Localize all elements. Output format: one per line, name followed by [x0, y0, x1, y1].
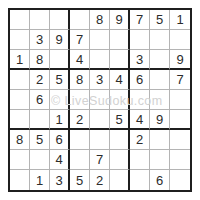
cell-r8c1[interactable]	[10, 150, 30, 170]
cell-r1c9[interactable]: 1	[170, 10, 190, 30]
cell-r4c8[interactable]	[150, 70, 170, 90]
cell-r7c2[interactable]: 5	[30, 130, 50, 150]
cell-r8c8[interactable]	[150, 150, 170, 170]
cell-r6c5[interactable]	[90, 110, 110, 130]
cell-r8c6[interactable]	[110, 150, 130, 170]
cell-r8c7[interactable]	[130, 150, 150, 170]
cell-r1c3[interactable]	[50, 10, 70, 30]
cell-r6c8[interactable]: 9	[150, 110, 170, 130]
cell-r9c7[interactable]	[130, 170, 150, 190]
cell-r5c9[interactable]	[170, 90, 190, 110]
cell-r9c1[interactable]	[10, 170, 30, 190]
cell-r1c4[interactable]	[70, 10, 90, 30]
cell-r4c6[interactable]: 4	[110, 70, 130, 90]
cell-r9c6[interactable]	[110, 170, 130, 190]
cell-r2c7[interactable]	[130, 30, 150, 50]
cell-r2c3[interactable]: 9	[50, 30, 70, 50]
cell-r9c3[interactable]: 3	[50, 170, 70, 190]
cell-r6c4[interactable]: 2	[70, 110, 90, 130]
cell-r2c6[interactable]	[110, 30, 130, 50]
cell-r8c4[interactable]	[70, 150, 90, 170]
cell-r9c8[interactable]: 6	[150, 170, 170, 190]
cell-r3c8[interactable]	[150, 50, 170, 70]
cell-r6c3[interactable]: 1	[50, 110, 70, 130]
cell-r1c5[interactable]: 8	[90, 10, 110, 30]
cell-r1c7[interactable]: 7	[130, 10, 150, 30]
cell-r6c6[interactable]: 5	[110, 110, 130, 130]
cell-r7c1[interactable]: 8	[10, 130, 30, 150]
cell-r3c3[interactable]	[50, 50, 70, 70]
cell-r7c6[interactable]	[110, 130, 130, 150]
cell-r2c1[interactable]	[10, 30, 30, 50]
cell-r3c9[interactable]: 9	[170, 50, 190, 70]
cell-r6c9[interactable]	[170, 110, 190, 130]
cell-r8c5[interactable]: 7	[90, 150, 110, 170]
cell-r9c5[interactable]: 2	[90, 170, 110, 190]
cell-r2c4[interactable]: 7	[70, 30, 90, 50]
cell-r3c1[interactable]: 1	[10, 50, 30, 70]
cell-r3c6[interactable]	[110, 50, 130, 70]
cell-r4c4[interactable]: 8	[70, 70, 90, 90]
cell-r3c2[interactable]: 8	[30, 50, 50, 70]
cell-r4c5[interactable]: 3	[90, 70, 110, 90]
cell-r4c2[interactable]: 2	[30, 70, 50, 90]
cell-r5c3[interactable]	[50, 90, 70, 110]
cell-r5c1[interactable]	[10, 90, 30, 110]
cell-r3c7[interactable]: 3	[130, 50, 150, 70]
cell-r4c7[interactable]: 6	[130, 70, 150, 90]
cell-r1c6[interactable]: 9	[110, 10, 130, 30]
cell-r2c5[interactable]	[90, 30, 110, 50]
cell-r2c8[interactable]	[150, 30, 170, 50]
cell-r8c2[interactable]	[30, 150, 50, 170]
cell-r7c7[interactable]: 2	[130, 130, 150, 150]
sudoku-board: 8975139718439258346761254985624713526	[8, 8, 192, 192]
cell-r5c8[interactable]	[150, 90, 170, 110]
cell-r6c1[interactable]	[10, 110, 30, 130]
cell-r7c8[interactable]	[150, 130, 170, 150]
cell-r1c1[interactable]	[10, 10, 30, 30]
cell-r5c4[interactable]	[70, 90, 90, 110]
cell-r8c3[interactable]: 4	[50, 150, 70, 170]
cell-r4c3[interactable]: 5	[50, 70, 70, 90]
cell-r7c9[interactable]	[170, 130, 190, 150]
cell-r2c9[interactable]	[170, 30, 190, 50]
cell-r1c2[interactable]	[30, 10, 50, 30]
cell-r6c2[interactable]	[30, 110, 50, 130]
sudoku-page: 8975139718439258346761254985624713526 © …	[0, 0, 200, 200]
cell-r3c5[interactable]	[90, 50, 110, 70]
cell-r8c9[interactable]	[170, 150, 190, 170]
cell-r1c8[interactable]: 5	[150, 10, 170, 30]
cell-r5c6[interactable]	[110, 90, 130, 110]
cell-r4c9[interactable]: 7	[170, 70, 190, 90]
cell-r2c2[interactable]: 3	[30, 30, 50, 50]
cell-r3c4[interactable]: 4	[70, 50, 90, 70]
cell-r9c9[interactable]	[170, 170, 190, 190]
cell-r5c5[interactable]	[90, 90, 110, 110]
cell-r4c1[interactable]	[10, 70, 30, 90]
cell-r9c2[interactable]: 1	[30, 170, 50, 190]
cell-r9c4[interactable]: 5	[70, 170, 90, 190]
cell-r5c7[interactable]	[130, 90, 150, 110]
cell-r7c3[interactable]: 6	[50, 130, 70, 150]
cell-r5c2[interactable]: 6	[30, 90, 50, 110]
cell-r7c5[interactable]	[90, 130, 110, 150]
cell-r7c4[interactable]	[70, 130, 90, 150]
cell-r6c7[interactable]: 4	[130, 110, 150, 130]
